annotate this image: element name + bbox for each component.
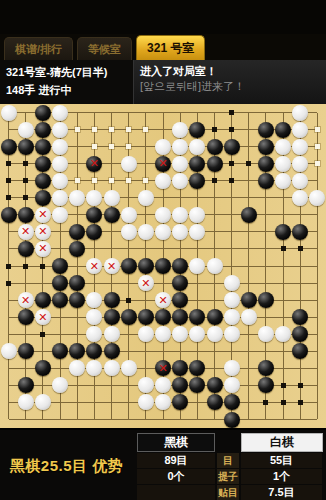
dead-stone-mark: ✕ (18, 224, 34, 240)
score-panel: 黑棋25.5目 优势 黑棋 白棋 89目 目 55目 0个 提子 1个 贴目 7… (0, 428, 326, 500)
white-territory-marker (75, 178, 80, 183)
black-stone (1, 139, 17, 155)
white-stone-marked-dead: ✕ (155, 292, 171, 308)
white-territory-marker (109, 144, 114, 149)
white-stone (1, 343, 17, 359)
dead-stone-mark: ✕ (104, 258, 120, 274)
black-stone (241, 207, 257, 223)
white-stone-marked-dead: ✕ (35, 309, 51, 325)
black-stone (155, 258, 171, 274)
black-stone (138, 258, 154, 274)
black-territory-marker (212, 178, 217, 183)
white-stone (138, 394, 154, 410)
black-territory-marker (229, 161, 234, 166)
white-stone (1, 105, 17, 121)
black-territory: 89目 (137, 453, 215, 468)
grid-line-v (317, 113, 318, 420)
black-stone (35, 122, 51, 138)
white-stone (155, 224, 171, 240)
white-territory-marker (92, 127, 97, 132)
white-stone (138, 190, 154, 206)
white-stone (172, 207, 188, 223)
white-stone (241, 309, 257, 325)
white-stone (35, 394, 51, 410)
white-stone (224, 275, 240, 291)
black-stone-marked-dead: ✕ (155, 360, 171, 376)
room-title: 321号室-猜先(7目半) (6, 63, 132, 81)
black-stone (189, 122, 205, 138)
white-stone (292, 173, 308, 189)
black-stone (275, 224, 291, 240)
black-stone (35, 105, 51, 121)
black-stone (104, 309, 120, 325)
tab-waiting-room[interactable]: 等候室 (77, 37, 132, 60)
white-stone (224, 377, 240, 393)
black-stone-marked-dead: ✕ (86, 156, 102, 172)
black-stone (258, 156, 274, 172)
white-territory-marker (126, 127, 131, 132)
black-stone (207, 156, 223, 172)
black-stone (18, 377, 34, 393)
black-header: 黑棋 (137, 433, 215, 452)
black-territory-marker (229, 178, 234, 183)
black-stone (172, 309, 188, 325)
black-stone (52, 343, 68, 359)
white-stone-marked-dead: ✕ (86, 258, 102, 274)
room-info-bar: 321号室-猜先(7目半) 148手 进行中 进入了对局室！ [앞으로뒤태]进来… (0, 60, 326, 104)
black-stone (138, 309, 154, 325)
black-stone (172, 360, 188, 376)
black-stone (18, 309, 34, 325)
black-stone (172, 275, 188, 291)
black-stone (155, 309, 171, 325)
white-stone (52, 377, 68, 393)
black-territory-marker (23, 195, 28, 200)
white-stone (275, 156, 291, 172)
status-bar (0, 0, 326, 34)
white-stone (292, 156, 308, 172)
black-stone (69, 275, 85, 291)
white-stone (172, 326, 188, 342)
white-stone (172, 173, 188, 189)
white-stone (155, 173, 171, 189)
black-stone (207, 139, 223, 155)
black-stone (292, 326, 308, 342)
white-stone (172, 156, 188, 172)
black-stone (189, 360, 205, 376)
tab-bar: 棋谱/排行 等候室 321 号室 (0, 34, 326, 60)
black-stone (292, 224, 308, 240)
black-territory-marker (229, 127, 234, 132)
white-stone-marked-dead: ✕ (18, 224, 34, 240)
white-stone (275, 173, 291, 189)
black-stone (35, 292, 51, 308)
white-stone (207, 326, 223, 342)
white-stone (189, 207, 205, 223)
black-stone (18, 207, 34, 223)
white-stone (121, 224, 137, 240)
white-komi: 7.5目 (241, 485, 322, 500)
black-stone (35, 190, 51, 206)
score-row-komi: 贴目 7.5目 (135, 485, 324, 500)
black-stone (18, 241, 34, 257)
white-stone (121, 207, 137, 223)
black-stone (69, 241, 85, 257)
black-territory-marker (298, 246, 303, 251)
black-territory-marker (6, 161, 11, 166)
white-territory-marker (315, 161, 320, 166)
white-stone (292, 190, 308, 206)
black-stone (172, 377, 188, 393)
black-territory-marker (6, 264, 11, 269)
white-stone (155, 394, 171, 410)
white-stone (172, 224, 188, 240)
white-stone (189, 139, 205, 155)
dead-stone-mark: ✕ (35, 309, 51, 325)
black-stone (86, 224, 102, 240)
white-stone (86, 360, 102, 376)
black-stone (207, 394, 223, 410)
territory-label: 目 (217, 453, 239, 468)
white-territory-marker (126, 144, 131, 149)
black-stone (35, 156, 51, 172)
white-stone (189, 224, 205, 240)
white-territory-marker (109, 127, 114, 132)
black-territory-marker (40, 332, 45, 337)
black-stone (207, 377, 223, 393)
white-stone (275, 139, 291, 155)
black-stone (1, 207, 17, 223)
komi-label: 贴目 (217, 485, 239, 500)
white-stone (121, 360, 137, 376)
room-status: 148手 进行中 (6, 81, 132, 99)
black-stone (189, 377, 205, 393)
white-stone (138, 224, 154, 240)
dead-stone-mark: ✕ (35, 241, 51, 257)
black-stone (189, 309, 205, 325)
white-stone (52, 156, 68, 172)
black-captures: 0个 (137, 469, 215, 484)
white-stone (292, 105, 308, 121)
white-stone (121, 156, 137, 172)
white-stone (224, 292, 240, 308)
black-territory-marker (23, 178, 28, 183)
black-stone (292, 309, 308, 325)
black-stone (189, 156, 205, 172)
black-stone (52, 258, 68, 274)
black-territory-marker (281, 383, 286, 388)
black-territory-marker (40, 264, 45, 269)
dead-stone-mark: ✕ (155, 292, 171, 308)
black-stone (172, 394, 188, 410)
black-stone (86, 343, 102, 359)
chat-message-1: 进入了对局室！ (140, 63, 326, 79)
black-stone (104, 207, 120, 223)
black-territory-marker (23, 264, 28, 269)
go-board[interactable]: ✕✕✕✕✕✕✕✕✕✕✕✕✕ (0, 104, 326, 428)
white-stone (224, 360, 240, 376)
white-territory: 55目 (241, 453, 322, 468)
white-territory-marker (315, 127, 320, 132)
captures-label: 提子 (217, 469, 239, 484)
white-stone (172, 122, 188, 138)
black-territory-marker (212, 127, 217, 132)
white-stone (52, 122, 68, 138)
white-stone (138, 326, 154, 342)
black-territory-marker (6, 281, 11, 286)
white-stone (86, 309, 102, 325)
white-stone (52, 207, 68, 223)
score-row-territory: 89目 目 55目 (135, 453, 324, 468)
dead-stone-mark: ✕ (18, 292, 34, 308)
dead-stone-mark: ✕ (155, 156, 171, 172)
black-stone (121, 309, 137, 325)
white-stone-marked-dead: ✕ (138, 275, 154, 291)
white-territory-marker (75, 127, 80, 132)
white-stone-marked-dead: ✕ (35, 241, 51, 257)
black-stone (69, 224, 85, 240)
black-stone (69, 292, 85, 308)
black-stone (52, 292, 68, 308)
white-stone (224, 309, 240, 325)
black-stone (224, 139, 240, 155)
black-stone (86, 207, 102, 223)
black-territory-marker (126, 298, 131, 303)
black-stone (35, 360, 51, 376)
black-territory-marker (281, 246, 286, 251)
chat-message-2: [앞으로뒤태]进来了！ (140, 79, 326, 94)
black-stone (258, 173, 274, 189)
dead-stone-mark: ✕ (35, 207, 51, 223)
white-stone (258, 326, 274, 342)
black-territory-marker (246, 161, 251, 166)
white-territory-marker (315, 144, 320, 149)
white-header: 白棋 (241, 433, 323, 452)
white-stone (104, 326, 120, 342)
black-territory-marker (23, 161, 28, 166)
dead-stone-mark: ✕ (86, 258, 102, 274)
black-stone (18, 139, 34, 155)
white-stone (155, 326, 171, 342)
white-stone (189, 258, 205, 274)
white-stone (18, 122, 34, 138)
black-stone (172, 292, 188, 308)
white-stone (18, 394, 34, 410)
black-stone (292, 343, 308, 359)
black-stone (275, 122, 291, 138)
black-stone (207, 309, 223, 325)
white-stone (155, 377, 171, 393)
white-stone (138, 377, 154, 393)
dead-stone-mark: ✕ (35, 224, 51, 240)
black-stone (104, 343, 120, 359)
black-stone (224, 412, 240, 428)
black-stone (69, 343, 85, 359)
black-territory-marker (298, 383, 303, 388)
grid-line-h (9, 419, 318, 420)
black-stone (35, 139, 51, 155)
white-stone (155, 139, 171, 155)
white-territory-marker (143, 178, 148, 183)
black-stone (52, 275, 68, 291)
black-stone-marked-dead: ✕ (155, 156, 171, 172)
white-stone (275, 326, 291, 342)
white-stone (292, 139, 308, 155)
white-stone (86, 190, 102, 206)
black-stone (104, 292, 120, 308)
white-stone (104, 360, 120, 376)
white-territory-marker (109, 178, 114, 183)
white-stone (69, 190, 85, 206)
score-row-captures: 0个 提子 1个 (135, 469, 324, 484)
white-stone (207, 258, 223, 274)
black-territory-marker (263, 400, 268, 405)
white-stone-marked-dead: ✕ (35, 207, 51, 223)
white-stone (69, 360, 85, 376)
chat-message-area[interactable]: 进入了对局室！ [앞으로뒤태]进来了！ (133, 60, 326, 104)
white-stone (86, 326, 102, 342)
black-territory-marker (229, 110, 234, 115)
white-stone (292, 122, 308, 138)
black-stone (258, 360, 274, 376)
dead-stone-mark: ✕ (138, 275, 154, 291)
black-stone (258, 292, 274, 308)
grid-line-v (248, 113, 249, 420)
black-stone (224, 394, 240, 410)
white-stone-marked-dead: ✕ (18, 292, 34, 308)
white-stone (224, 326, 240, 342)
white-territory-marker (92, 178, 97, 183)
black-territory-marker (298, 400, 303, 405)
tab-kifu-ranking[interactable]: 棋谱/排行 (4, 37, 73, 60)
black-stone (189, 173, 205, 189)
black-stone (258, 139, 274, 155)
black-stone (121, 258, 137, 274)
score-table: 黑棋 白棋 89目 目 55目 0个 提子 1个 贴目 7.5目 (135, 432, 324, 500)
white-stone-marked-dead: ✕ (104, 258, 120, 274)
white-territory-marker (126, 178, 131, 183)
black-komi (137, 485, 215, 500)
white-stone (52, 190, 68, 206)
white-stone (104, 190, 120, 206)
white-stone (52, 139, 68, 155)
white-stone (52, 105, 68, 121)
white-stone (52, 173, 68, 189)
white-stone (172, 139, 188, 155)
black-territory-marker (6, 195, 11, 200)
black-stone (258, 122, 274, 138)
tab-room-321[interactable]: 321 号室 (136, 35, 205, 60)
room-info: 321号室-猜先(7目半) 148手 进行中 (6, 63, 132, 99)
advantage-text: 黑棋25.5目 优势 (0, 430, 133, 500)
black-stone (258, 377, 274, 393)
white-stone (155, 207, 171, 223)
white-stone-marked-dead: ✕ (35, 224, 51, 240)
black-territory-marker (281, 400, 286, 405)
white-stone (189, 326, 205, 342)
white-territory-marker (143, 127, 148, 132)
white-stone (309, 190, 325, 206)
black-stone (35, 173, 51, 189)
black-stone (172, 258, 188, 274)
black-stone (241, 292, 257, 308)
white-territory-marker (92, 144, 97, 149)
white-captures: 1个 (241, 469, 322, 484)
dead-stone-mark: ✕ (86, 156, 102, 172)
dead-stone-mark: ✕ (155, 360, 171, 376)
black-territory-marker (6, 178, 11, 183)
black-stone (18, 343, 34, 359)
white-stone (86, 292, 102, 308)
